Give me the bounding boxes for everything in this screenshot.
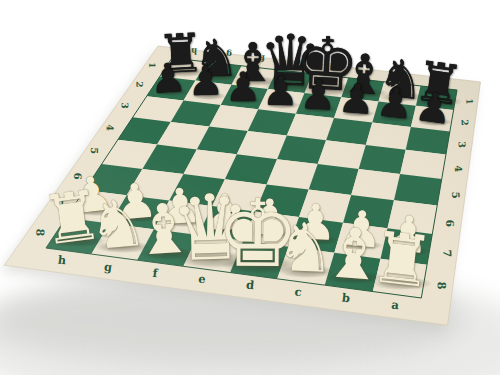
chess-board [0, 0, 500, 375]
board-photo: hgfedcbahgfedcba1234567812345678 ♜♞♝♛♚♝♞… [0, 0, 500, 375]
mat-lighting [4, 46, 480, 325]
